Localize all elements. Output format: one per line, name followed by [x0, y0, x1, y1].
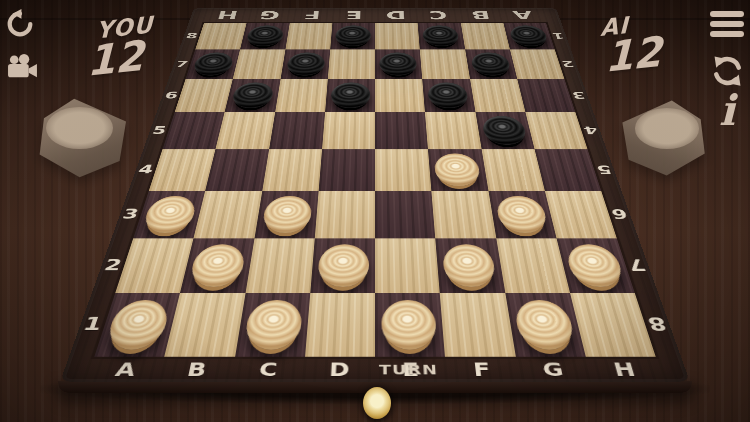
black-checker-e7[interactable] — [380, 53, 418, 76]
menu-bar — [710, 21, 744, 27]
file-label-top-g: G — [247, 8, 292, 22]
player-score-value-ai: 12 — [604, 27, 662, 81]
square-c1[interactable] — [235, 293, 310, 356]
square-f7[interactable] — [420, 49, 470, 79]
square-e6[interactable] — [375, 79, 425, 112]
square-e2[interactable] — [375, 239, 440, 294]
square-c3[interactable] — [254, 191, 318, 239]
block-top-face — [635, 108, 699, 149]
black-checker-g5[interactable] — [481, 116, 528, 145]
file-label-top-a: A — [500, 8, 546, 22]
square-e7[interactable] — [375, 49, 422, 79]
white-checker-b2[interactable] — [188, 244, 247, 287]
square-g8[interactable] — [460, 23, 509, 50]
square-c5[interactable] — [269, 112, 325, 149]
file-label-bottom-h: H — [586, 357, 664, 382]
file-label-top-c: C — [417, 8, 461, 22]
square-e8[interactable] — [375, 23, 420, 50]
square-c7[interactable] — [280, 49, 330, 79]
file-label-top-e: E — [332, 8, 375, 22]
player-score-value-you: 12 — [87, 31, 154, 86]
square-f1[interactable] — [440, 293, 515, 356]
square-b8[interactable] — [240, 23, 289, 50]
white-checker-c3[interactable] — [261, 196, 312, 233]
square-h5[interactable] — [525, 112, 587, 149]
black-checker-f8[interactable] — [422, 26, 460, 47]
square-a5[interactable] — [163, 112, 225, 149]
table-block-right — [610, 99, 713, 177]
square-d2[interactable] — [310, 239, 375, 294]
file-label-top-f: F — [290, 8, 334, 22]
square-b1[interactable] — [164, 293, 245, 356]
black-checker-b8[interactable] — [245, 26, 284, 47]
black-checker-a7[interactable] — [191, 53, 235, 76]
black-checker-d6[interactable] — [330, 83, 370, 109]
square-e4[interactable] — [375, 149, 432, 191]
undo-icon[interactable] — [5, 9, 35, 39]
square-a4[interactable] — [149, 149, 216, 191]
square-f8[interactable] — [418, 23, 465, 50]
square-e1[interactable] — [375, 293, 445, 356]
square-h8[interactable] — [503, 23, 555, 50]
square-b6[interactable] — [225, 79, 281, 112]
white-checker-f4[interactable] — [434, 153, 482, 186]
file-label-bottom-b: B — [158, 357, 234, 382]
square-d6[interactable] — [325, 79, 375, 112]
square-h7[interactable] — [510, 49, 565, 79]
square-c6[interactable] — [275, 79, 328, 112]
square-a7[interactable] — [186, 49, 241, 79]
square-c8[interactable] — [285, 23, 332, 50]
square-h3[interactable] — [545, 191, 617, 239]
menu-icon[interactable] — [710, 11, 744, 41]
square-d7[interactable] — [328, 49, 375, 79]
black-checker-h8[interactable] — [508, 26, 549, 47]
square-f5[interactable] — [425, 112, 481, 149]
white-checker-d2[interactable] — [317, 244, 369, 287]
turn-label: TURN — [379, 357, 439, 382]
square-e5[interactable] — [375, 112, 428, 149]
black-checker-g7[interactable] — [470, 53, 512, 76]
square-b4[interactable] — [205, 149, 268, 191]
square-e3[interactable] — [375, 191, 435, 239]
file-label-top-d: D — [375, 8, 418, 22]
refresh-icon[interactable] — [709, 53, 746, 89]
file-label-bottom-c: C — [231, 357, 305, 382]
white-checker-c1[interactable] — [243, 300, 303, 349]
file-label-top-b: B — [458, 8, 503, 22]
square-g6[interactable] — [470, 79, 526, 112]
black-checker-f6[interactable] — [427, 83, 469, 109]
square-b5[interactable] — [216, 112, 275, 149]
square-f6[interactable] — [422, 79, 475, 112]
square-d3[interactable] — [315, 191, 375, 239]
square-a6[interactable] — [175, 79, 233, 112]
square-d1[interactable] — [305, 293, 375, 356]
info-icon[interactable]: i — [714, 90, 740, 132]
menu-bar — [710, 11, 744, 17]
white-checker-f2[interactable] — [442, 244, 497, 287]
square-f2[interactable] — [435, 239, 504, 294]
game-screen: HGFEDCBA ABCDEFGH 87654321 12345678 TURN… — [0, 0, 750, 422]
white-checker-g3[interactable] — [495, 196, 549, 233]
square-c2[interactable] — [245, 239, 314, 294]
square-d4[interactable] — [318, 149, 375, 191]
square-b7[interactable] — [233, 49, 285, 79]
white-checker-h2[interactable] — [564, 244, 626, 287]
square-g7[interactable] — [465, 49, 517, 79]
square-a8[interactable] — [195, 23, 247, 50]
file-label-bottom-d: D — [303, 357, 375, 382]
file-label-top-h: H — [204, 8, 250, 22]
square-b3[interactable] — [194, 191, 262, 239]
white-checker-e1[interactable] — [382, 300, 438, 349]
file-labels-bottom: ABCDEFGH — [86, 357, 664, 382]
square-b2[interactable] — [180, 239, 254, 294]
player-score-ai: AI 12 — [578, 8, 663, 84]
file-labels-top: HGFEDCBA — [204, 8, 545, 22]
file-label-bottom-a: A — [86, 357, 164, 382]
white-checker-a3[interactable] — [141, 196, 198, 233]
square-f4[interactable] — [428, 149, 488, 191]
menu-bar — [710, 31, 744, 37]
player-score-you: YOU 12 — [70, 11, 154, 87]
square-c4[interactable] — [262, 149, 322, 191]
black-checker-b6[interactable] — [231, 83, 275, 109]
white-checker-a1[interactable] — [104, 300, 172, 349]
square-d5[interactable] — [322, 112, 375, 149]
black-checker-d8[interactable] — [335, 26, 371, 47]
block-top-face — [46, 107, 113, 150]
file-label-bottom-g: G — [515, 357, 591, 382]
turn-indicator-piece — [363, 387, 391, 419]
table-block-left — [31, 97, 139, 179]
square-h4[interactable] — [534, 149, 601, 191]
camera-icon[interactable] — [7, 54, 38, 80]
black-checker-c7[interactable] — [286, 53, 326, 76]
square-g5[interactable] — [475, 112, 534, 149]
square-d8[interactable] — [330, 23, 375, 50]
white-checker-g1[interactable] — [513, 300, 577, 349]
file-label-bottom-f: F — [445, 357, 519, 382]
square-h6[interactable] — [517, 79, 575, 112]
square-f3[interactable] — [432, 191, 496, 239]
